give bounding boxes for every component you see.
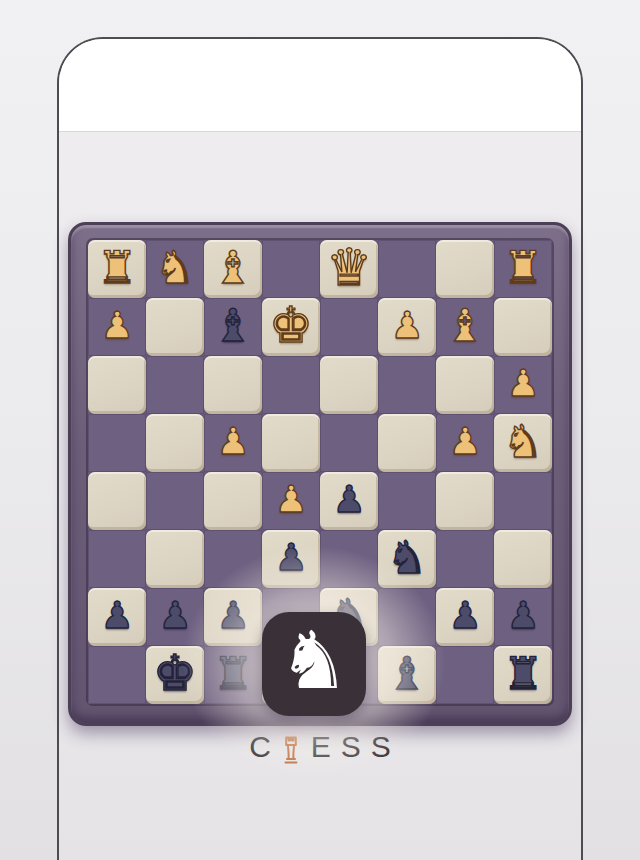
- screenshot-stage: ♜♞♝♛♜♟♝♚♟♝♟♟♟♞♟♟♟♞♟♟♟♞♟♟♚♜♝♜ ♞ C E S S: [0, 0, 640, 860]
- square-e3[interactable]: [262, 356, 320, 414]
- square-h4[interactable]: [88, 414, 146, 472]
- square-c6[interactable]: ♞: [378, 530, 436, 588]
- black-pawn: ♟: [506, 597, 539, 634]
- square-a1[interactable]: ♜: [494, 240, 552, 298]
- white-pawn: ♟: [100, 307, 133, 344]
- square-h1[interactable]: ♜: [88, 240, 146, 298]
- square-g6[interactable]: [146, 530, 204, 588]
- square-a3[interactable]: ♟: [494, 356, 552, 414]
- black-knight: ♞: [387, 535, 427, 580]
- white-knight: ♞: [155, 245, 195, 290]
- square-d6[interactable]: [320, 530, 378, 588]
- square-c4[interactable]: [378, 414, 436, 472]
- square-b6[interactable]: [436, 530, 494, 588]
- white-queen: ♛: [326, 242, 372, 293]
- square-a5[interactable]: [494, 472, 552, 530]
- square-h8[interactable]: [88, 646, 146, 704]
- rook-glyph-as-h-icon: [281, 733, 301, 764]
- white-pawn: ♟: [448, 423, 481, 460]
- square-f7[interactable]: ♟: [204, 588, 262, 646]
- black-king: ♚: [153, 649, 197, 698]
- square-h7[interactable]: ♟: [88, 588, 146, 646]
- square-e1[interactable]: [262, 240, 320, 298]
- black-pawn: ♟: [332, 481, 365, 518]
- square-a6[interactable]: [494, 530, 552, 588]
- square-b4[interactable]: ♟: [436, 414, 494, 472]
- square-a2[interactable]: [494, 298, 552, 356]
- phone-status-bar-area: [59, 39, 581, 132]
- square-h5[interactable]: [88, 472, 146, 530]
- white-pawn: ♟: [390, 307, 423, 344]
- white-pawn: ♟: [506, 365, 539, 402]
- square-h6[interactable]: [88, 530, 146, 588]
- white-bishop: ♝: [445, 303, 485, 348]
- square-d5[interactable]: ♟: [320, 472, 378, 530]
- black-rook: ♜: [213, 651, 253, 696]
- white-pawn: ♟: [274, 481, 307, 518]
- square-d2[interactable]: [320, 298, 378, 356]
- square-b8[interactable]: [436, 646, 494, 704]
- wordmark-letter-c: C: [249, 732, 271, 762]
- black-bishop: ♝: [213, 303, 253, 348]
- square-d3[interactable]: [320, 356, 378, 414]
- square-b7[interactable]: ♟: [436, 588, 494, 646]
- square-f6[interactable]: [204, 530, 262, 588]
- white-rook: ♜: [503, 245, 543, 290]
- black-bishop: ♝: [387, 651, 427, 696]
- square-g5[interactable]: [146, 472, 204, 530]
- square-c2[interactable]: ♟: [378, 298, 436, 356]
- white-king: ♚: [269, 301, 313, 350]
- wordmark-letter-e: E: [311, 732, 331, 762]
- wordmark-letter-s1: S: [341, 732, 361, 762]
- square-g8[interactable]: ♚: [146, 646, 204, 704]
- square-f4[interactable]: ♟: [204, 414, 262, 472]
- chess-app-icon[interactable]: ♞: [262, 612, 366, 716]
- square-g2[interactable]: [146, 298, 204, 356]
- square-h2[interactable]: ♟: [88, 298, 146, 356]
- square-c3[interactable]: [378, 356, 436, 414]
- wordmark-letter-s2: S: [371, 732, 391, 762]
- square-f3[interactable]: [204, 356, 262, 414]
- square-e6[interactable]: ♟: [262, 530, 320, 588]
- black-pawn: ♟: [216, 597, 249, 634]
- white-knight: ♞: [503, 419, 543, 464]
- square-c1[interactable]: [378, 240, 436, 298]
- square-b1[interactable]: [436, 240, 494, 298]
- square-f2[interactable]: ♝: [204, 298, 262, 356]
- square-a4[interactable]: ♞: [494, 414, 552, 472]
- square-a7[interactable]: ♟: [494, 588, 552, 646]
- square-g4[interactable]: [146, 414, 204, 472]
- square-f5[interactable]: [204, 472, 262, 530]
- square-d4[interactable]: [320, 414, 378, 472]
- white-pawn: ♟: [216, 423, 249, 460]
- white-knight-icon: ♞: [278, 621, 350, 701]
- black-pawn: ♟: [448, 597, 481, 634]
- square-h3[interactable]: [88, 356, 146, 414]
- square-a8[interactable]: ♜: [494, 646, 552, 704]
- square-e4[interactable]: [262, 414, 320, 472]
- square-g3[interactable]: [146, 356, 204, 414]
- square-e2[interactable]: ♚: [262, 298, 320, 356]
- square-e5[interactable]: ♟: [262, 472, 320, 530]
- white-bishop: ♝: [213, 245, 253, 290]
- square-g1[interactable]: ♞: [146, 240, 204, 298]
- black-rook: ♜: [503, 651, 543, 696]
- square-c8[interactable]: ♝: [378, 646, 436, 704]
- black-pawn: ♟: [100, 597, 133, 634]
- square-f8[interactable]: ♜: [204, 646, 262, 704]
- black-pawn: ♟: [158, 597, 191, 634]
- black-pawn: ♟: [274, 539, 307, 576]
- chess-wordmark: C E S S: [0, 731, 640, 762]
- square-b3[interactable]: [436, 356, 494, 414]
- square-c7[interactable]: [378, 588, 436, 646]
- square-g7[interactable]: ♟: [146, 588, 204, 646]
- square-b2[interactable]: ♝: [436, 298, 494, 356]
- square-f1[interactable]: ♝: [204, 240, 262, 298]
- white-rook: ♜: [97, 245, 137, 290]
- square-c5[interactable]: [378, 472, 436, 530]
- square-b5[interactable]: [436, 472, 494, 530]
- square-d1[interactable]: ♛: [320, 240, 378, 298]
